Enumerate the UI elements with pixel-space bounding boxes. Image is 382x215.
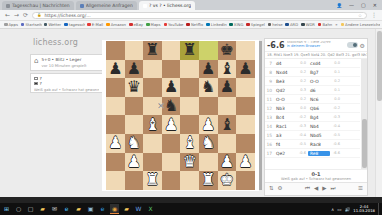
square-b3[interactable]: ♞ bbox=[125, 134, 144, 153]
white-eval: 0.0 bbox=[296, 106, 308, 110]
move-number: 8 bbox=[265, 70, 274, 75]
white-move[interactable]: Nb3 bbox=[274, 106, 296, 111]
bookmark-item[interactable]: Apps bbox=[3, 22, 19, 27]
square-f8[interactable] bbox=[199, 41, 218, 60]
move-row: 8Nxd40.2Bg70.1 bbox=[265, 68, 360, 77]
bookmark-favicon bbox=[87, 23, 91, 27]
engine-toggle[interactable] bbox=[347, 42, 358, 48]
chrome-browser[interactable]: ◉ bbox=[110, 204, 119, 214]
board-container: ♜♜♚♟♟♟♝♟♛♟♞♟♞♝♟♟♝♟♞♝♞♟♛♟♟♜♜♚✕ bbox=[102, 40, 259, 191]
chrome-menu-icon[interactable]: ⋮ bbox=[371, 12, 377, 18]
white-move[interactable]: a3 bbox=[274, 133, 296, 138]
black-move[interactable]: Nc6 bbox=[308, 97, 330, 102]
mail-app[interactable]: ✉ bbox=[50, 204, 59, 214]
black-player-name: ? bbox=[40, 81, 42, 86]
square-f1[interactable]: ♜ bbox=[199, 171, 218, 190]
engine-header: -6.6 Stockfish 9 – Tiefe 20/99 in deinem… bbox=[265, 39, 367, 52]
minimize-button[interactable]: — bbox=[349, 2, 354, 8]
white-eval: -0.5 bbox=[296, 142, 308, 146]
tray-icon[interactable]: 🔊 bbox=[345, 207, 351, 212]
square-g5[interactable] bbox=[218, 97, 237, 116]
bookmark-item[interactable]: LinkedIn bbox=[205, 22, 227, 27]
square-h1[interactable] bbox=[236, 171, 255, 190]
white-eval: 0.2 bbox=[296, 70, 308, 74]
square-h8[interactable] bbox=[236, 41, 255, 60]
flip-board-icon[interactable]: ⇅ bbox=[269, 186, 274, 192]
square-e2[interactable]: ♛ bbox=[180, 153, 199, 172]
square-c3[interactable] bbox=[143, 134, 162, 153]
white-eval: 0.3 bbox=[296, 88, 308, 92]
square-b1[interactable] bbox=[125, 171, 144, 190]
black-move-selected[interactable]: Re8 bbox=[308, 151, 330, 156]
bookmark-item[interactable]: XING bbox=[228, 22, 244, 27]
menu-icon[interactable]: ☰ bbox=[358, 186, 363, 192]
black-color-square bbox=[34, 82, 38, 86]
move-row: 12Nb30.0Qb6-0.2 bbox=[265, 104, 360, 113]
white-color-square bbox=[34, 77, 38, 81]
bookmark-favicon bbox=[285, 23, 289, 27]
white-eval: -0.2 bbox=[296, 115, 308, 119]
bookmark-favicon bbox=[164, 23, 168, 27]
square-g1[interactable]: ♚ bbox=[218, 171, 237, 190]
move-row: 14Rac1-0.3Nb4-0.4 bbox=[265, 122, 360, 131]
piece-white-knight-b3[interactable]: ♞ bbox=[127, 135, 141, 151]
black-move[interactable]: d6 bbox=[308, 88, 330, 93]
reload-icon[interactable]: ⟳ bbox=[23, 12, 28, 18]
move-row: 11O-O0.2Nc60.0 bbox=[265, 95, 360, 104]
move-number: 17 bbox=[265, 151, 274, 156]
tab-favicon bbox=[80, 4, 84, 8]
square-g2[interactable]: ♟ bbox=[218, 153, 237, 172]
bookmark-star-icon[interactable]: ☆ bbox=[358, 13, 362, 18]
lock-icon: 🔒 bbox=[37, 13, 41, 17]
square-e1[interactable] bbox=[180, 171, 199, 190]
bookmark-item[interactable]: heise bbox=[267, 22, 284, 27]
bookmark-item[interactable]: Netflix bbox=[185, 22, 204, 27]
white-eval: -0.6 bbox=[296, 151, 308, 155]
black-move[interactable]: Rac8 bbox=[308, 142, 330, 147]
piece-black-bishop-g4[interactable]: ♝ bbox=[220, 117, 234, 133]
square-h5[interactable] bbox=[236, 97, 255, 116]
bookmark-favicon bbox=[146, 23, 150, 27]
white-move[interactable]: Qd2 bbox=[274, 88, 296, 93]
bookmark-favicon bbox=[206, 23, 210, 27]
analysis-toolbar: ⇅⚙⏮◀▶⏭☰ bbox=[265, 182, 367, 195]
word-app[interactable]: W bbox=[134, 204, 143, 214]
square-f4[interactable]: ♟ bbox=[199, 115, 218, 134]
start-button[interactable]: ⊞ bbox=[2, 204, 11, 214]
go-prev-icon[interactable]: ◀ bbox=[314, 186, 318, 192]
black-eval: 0.1 bbox=[330, 70, 342, 74]
analysis-gear-icon[interactable]: ⚙ bbox=[360, 42, 365, 49]
square-c6[interactable] bbox=[143, 78, 162, 97]
move-number: 16 bbox=[265, 142, 274, 147]
task-view[interactable]: ▢ bbox=[26, 204, 35, 214]
piece-black-pawn-f7[interactable]: ♟ bbox=[201, 61, 215, 77]
square-a4[interactable] bbox=[106, 115, 125, 134]
white-eval: 0.2 bbox=[296, 97, 308, 101]
other-bookmarks-folder[interactable]: Andere Lesezeichen bbox=[340, 22, 380, 27]
black-move[interactable]: Bg7 bbox=[308, 70, 330, 75]
square-a6[interactable] bbox=[106, 78, 125, 97]
black-eval: -0.3 bbox=[330, 115, 342, 119]
piece-white-queen-e2[interactable]: ♛ bbox=[183, 154, 197, 170]
bookmark-favicon bbox=[246, 23, 250, 27]
move-number: 7 bbox=[265, 61, 274, 66]
tab-1[interactable]: Tagesschau | Nachrichten bbox=[2, 1, 74, 10]
black-eval: -0.4 bbox=[330, 124, 342, 128]
back-icon[interactable]: ← bbox=[5, 12, 10, 18]
square-g8[interactable]: ♚ bbox=[218, 41, 237, 60]
square-g3[interactable] bbox=[218, 134, 237, 153]
excel-app[interactable]: X bbox=[146, 204, 155, 214]
tab-favicon bbox=[143, 4, 147, 8]
piece-black-bishop-g7[interactable]: ♝ bbox=[220, 61, 234, 77]
bookmark-favicon bbox=[229, 23, 233, 27]
bookmark-item[interactable]: WDR bbox=[300, 22, 316, 27]
bookmark-item[interactable]: ARD bbox=[284, 22, 299, 27]
windows-taskbar: ⊞○▢▰✉e▰▣e◉▰WX∧▭🔊2:4411.03.2018 bbox=[0, 203, 382, 215]
square-e8[interactable]: ♜ bbox=[180, 41, 199, 60]
move-row: 16f4-0.5Rac8-0.6 bbox=[265, 140, 360, 149]
square-d4[interactable]: ♟ bbox=[162, 115, 181, 134]
square-f5[interactable] bbox=[199, 97, 218, 116]
square-c1[interactable]: ♜ bbox=[143, 171, 162, 190]
go-first-icon[interactable]: ⏮ bbox=[305, 186, 310, 192]
bookmark-favicon bbox=[129, 23, 133, 27]
bookmark-favicon bbox=[64, 23, 68, 27]
black-move[interactable]: Nb4 bbox=[308, 124, 330, 129]
bookmark-item[interactable]: YouTube bbox=[163, 22, 185, 27]
close-button[interactable]: ✕ bbox=[373, 2, 377, 8]
move-number: 15 bbox=[265, 133, 274, 138]
piece-black-rook-e8[interactable]: ♜ bbox=[183, 42, 197, 58]
bookmark-item[interactable]: Wetter bbox=[43, 22, 62, 27]
window-scroll-thumb[interactable] bbox=[377, 31, 382, 101]
square-e7[interactable] bbox=[180, 60, 199, 79]
game-meta-box: ⌂ 5+0 • Blitz • Leger vor 10 Minuten ges… bbox=[30, 54, 103, 71]
folder-icon bbox=[341, 23, 345, 27]
move-number: 14 bbox=[265, 124, 274, 129]
system-tray: ∧▭🔊2:4411.03.2018 bbox=[331, 203, 380, 215]
tab-3-active[interactable]: ? vs ? • lichess.org bbox=[139, 1, 195, 10]
square-g7[interactable]: ♝ bbox=[218, 60, 237, 79]
black-move[interactable]: Bg4 bbox=[308, 115, 330, 120]
piece-white-pawn-d4[interactable]: ♟ bbox=[164, 117, 178, 133]
square-h7[interactable]: ♟ bbox=[236, 60, 255, 79]
white-move[interactable]: Bc4 bbox=[274, 115, 296, 120]
square-h4[interactable] bbox=[236, 115, 255, 134]
square-d3[interactable] bbox=[162, 134, 181, 153]
square-c8[interactable]: ♜ bbox=[143, 41, 162, 60]
bookmark-item[interactable]: eBay bbox=[128, 22, 144, 27]
square-a8[interactable] bbox=[106, 41, 125, 60]
edge-browser[interactable]: e bbox=[62, 204, 71, 214]
bookmark-item[interactable]: E-Mail bbox=[86, 22, 104, 27]
square-c4[interactable]: ♝ bbox=[143, 115, 162, 134]
bookmark-favicon bbox=[301, 23, 305, 27]
square-e3[interactable]: ♝ bbox=[180, 134, 199, 153]
black-eval: -0.6 bbox=[330, 142, 342, 146]
piece-white-king-g1[interactable]: ♚ bbox=[220, 172, 234, 188]
black-eval: 0.2 bbox=[330, 79, 342, 83]
square-b6[interactable]: ♛ bbox=[125, 78, 144, 97]
move-row: 17Qe2-0.6Re8-6.6 bbox=[265, 149, 360, 158]
documents-folder[interactable]: ▰ bbox=[74, 204, 83, 214]
tab-favicon bbox=[6, 4, 10, 8]
black-move[interactable]: Qb6 bbox=[308, 106, 330, 111]
square-f3[interactable]: ♞ bbox=[199, 134, 218, 153]
black-eval: 0.1 bbox=[330, 88, 342, 92]
show-desktop-button[interactable] bbox=[378, 203, 380, 215]
move-row: 10Qd20.3d60.1 bbox=[265, 86, 360, 95]
internet-explorer[interactable]: e bbox=[98, 204, 107, 214]
piece-white-knight-f3[interactable]: ♞ bbox=[201, 135, 215, 151]
profile-icon[interactable]: 👤 bbox=[336, 3, 342, 8]
black-eval: 0.0 bbox=[330, 97, 342, 101]
bookmark-favicon bbox=[21, 23, 25, 27]
piece-black-rook-c8[interactable]: ♜ bbox=[145, 42, 159, 58]
white-move[interactable]: Nxd4 bbox=[274, 70, 296, 75]
tab-title: Allgemeine Anfragen bbox=[86, 3, 133, 8]
piece-black-king-g8[interactable]: ♚ bbox=[220, 42, 234, 58]
white-move[interactable]: Rac1 bbox=[274, 124, 296, 129]
white-eval: 0.0 bbox=[296, 61, 308, 65]
square-a2[interactable] bbox=[106, 153, 125, 172]
result-row: 0-1 Weiß gab auf • Schwarz hat gewonnen bbox=[265, 169, 367, 182]
bookmark-favicon bbox=[268, 23, 272, 27]
square-d7[interactable] bbox=[162, 60, 181, 79]
movelist-scrollbar[interactable] bbox=[361, 59, 367, 169]
white-move[interactable]: f4 bbox=[274, 142, 296, 147]
black-player-row[interactable]: ? bbox=[34, 81, 99, 86]
engine-info-line2: in deinem Browser bbox=[287, 45, 345, 49]
move-number: 12 bbox=[265, 106, 274, 111]
toggle-knob bbox=[353, 43, 358, 48]
bookmark-item[interactable]: Maps bbox=[145, 22, 162, 27]
white-move[interactable]: Be3 bbox=[274, 79, 296, 84]
engine-pv-line[interactable]: 18. Rfd1 Nxe3 19. Qxe3 Nxf4 20. Qd2 Bxf3… bbox=[265, 52, 367, 59]
piece-black-knight-f6[interactable]: ♞ bbox=[201, 79, 215, 95]
bookmark-item[interactable]: Spiegel bbox=[245, 22, 266, 27]
move-row: 13Bc4-0.2Bg4-0.3 bbox=[265, 113, 360, 122]
piece-black-pawn-g6[interactable]: ♟ bbox=[220, 79, 234, 95]
move-number: 11 bbox=[265, 97, 274, 102]
square-a7[interactable]: ♟ bbox=[106, 60, 125, 79]
mouse-cursor-x: ✕ bbox=[157, 101, 165, 111]
taskbar-clock[interactable]: 2:4411.03.2018 bbox=[353, 205, 375, 214]
bookmark-item[interactable]: Startseite bbox=[20, 22, 42, 27]
lichess-page: lichess.org ⌂ 5+0 • Blitz • Leger vor 10… bbox=[0, 29, 382, 197]
square-g4[interactable]: ♝ bbox=[218, 115, 237, 134]
tray-icon[interactable]: ▭ bbox=[337, 207, 341, 212]
black-move[interactable]: cxd4 bbox=[308, 61, 330, 66]
square-d8[interactable] bbox=[162, 41, 181, 60]
square-a1[interactable] bbox=[106, 171, 125, 190]
browser-tab-strip: Tagesschau | Nachrichten Allgemeine Anfr… bbox=[0, 0, 382, 10]
square-b7[interactable]: ♟ bbox=[125, 60, 144, 79]
analysis-panel: -6.6 Stockfish 9 – Tiefe 20/99 in deinem… bbox=[264, 38, 368, 196]
piece-black-queen-b6[interactable]: ♛ bbox=[127, 79, 141, 95]
bookmark-favicon bbox=[44, 23, 48, 27]
black-eval: -0.5 bbox=[330, 133, 342, 137]
black-eval: -6.6 bbox=[330, 151, 342, 155]
eval-score: -6.6 bbox=[267, 41, 285, 50]
piece-white-pawn-f4[interactable]: ♟ bbox=[201, 117, 215, 133]
white-eval: -0.4 bbox=[296, 133, 308, 137]
address-bar[interactable]: 🔒 https://lichess.org/… ☆ bbox=[32, 12, 367, 19]
bookmark-favicon bbox=[318, 23, 322, 27]
piece-black-pawn-a7[interactable]: ♟ bbox=[108, 61, 122, 77]
square-f6[interactable]: ♞ bbox=[199, 78, 218, 97]
move-number: 10 bbox=[265, 88, 274, 93]
tab-2[interactable]: Allgemeine Anfragen bbox=[76, 1, 137, 10]
black-eval: 0.0 bbox=[330, 61, 342, 65]
piece-black-pawn-d6[interactable]: ♟ bbox=[164, 79, 178, 95]
square-a3[interactable]: ♟ bbox=[106, 134, 125, 153]
piece-black-knight-d5[interactable]: ♞ bbox=[164, 98, 178, 114]
square-b8[interactable] bbox=[125, 41, 144, 60]
folder-pinned[interactable]: ▰ bbox=[122, 204, 131, 214]
square-d6[interactable]: ♟ bbox=[162, 78, 181, 97]
bookmark-item[interactable]: Amazon bbox=[105, 22, 127, 27]
square-f2[interactable] bbox=[199, 153, 218, 172]
bookmarks-overflow-chevron[interactable]: » bbox=[334, 22, 338, 27]
house-icon: ⌂ bbox=[34, 57, 38, 68]
piece-white-rook-f1[interactable]: ♜ bbox=[201, 172, 215, 188]
maximize-button[interactable]: ▢ bbox=[361, 2, 366, 8]
move-number: 9 bbox=[265, 79, 274, 84]
bookmarks-bar: AppsStartseiteWettertagesschauE-MailAmaz… bbox=[0, 21, 382, 29]
piece-white-bishop-e3[interactable]: ♝ bbox=[183, 135, 197, 151]
go-next-icon[interactable]: ▶ bbox=[322, 186, 326, 192]
photos-app[interactable]: ▣ bbox=[86, 204, 95, 214]
players-box: ? ? Weiß gab auf • Schwarz hat gewonnen bbox=[30, 73, 103, 93]
game-meta-line1: 5+0 • Blitz • Leger bbox=[41, 57, 86, 62]
window-scrollbar[interactable] bbox=[375, 29, 382, 197]
white-move[interactable]: Qe2 bbox=[274, 151, 296, 156]
chess-board[interactable]: ♜♜♚♟♟♟♝♟♛♟♞♟♞♝♟♟♝♟♞♝♞♟♛♟♟♜♜♚✕ bbox=[106, 41, 255, 190]
square-a5[interactable] bbox=[106, 97, 125, 116]
black-eval: -0.2 bbox=[330, 106, 342, 110]
result-message: Weiß gab auf • Schwarz hat gewonnen bbox=[265, 177, 367, 181]
square-e5[interactable] bbox=[180, 97, 199, 116]
piece-white-bishop-c4[interactable]: ♝ bbox=[145, 117, 159, 133]
bookmark-favicon bbox=[106, 23, 110, 27]
browser-toolbar: ← → ⟳ 🔒 https://lichess.org/… ☆ ⋮ bbox=[0, 10, 382, 21]
movelist-scroll-thumb[interactable] bbox=[362, 119, 367, 169]
square-e6[interactable] bbox=[180, 78, 199, 97]
white-move[interactable]: O-O bbox=[274, 97, 296, 102]
piece-white-rook-c1[interactable]: ♜ bbox=[145, 172, 159, 188]
white-eval: 0.2 bbox=[296, 79, 308, 83]
white-eval: -0.3 bbox=[296, 124, 308, 128]
square-d2[interactable] bbox=[162, 153, 181, 172]
forward-icon[interactable]: → bbox=[14, 12, 19, 18]
piece-black-pawn-b7[interactable]: ♟ bbox=[127, 61, 141, 77]
move-list: 7d40.0cxd40.08Nxd40.2Bg70.19Be30.2O-O0.2… bbox=[265, 59, 367, 169]
bookmark-favicon bbox=[4, 23, 8, 27]
game-meta-line2: vor 10 Minuten gespielt bbox=[41, 63, 86, 68]
piece-white-pawn-h2[interactable]: ♟ bbox=[238, 154, 252, 170]
move-row: 7d40.0cxd40.0 bbox=[265, 59, 360, 68]
tab-title: Tagesschau | Nachrichten bbox=[12, 3, 70, 8]
cortana-search[interactable]: ○ bbox=[14, 204, 23, 214]
square-c2[interactable] bbox=[143, 153, 162, 172]
bookmark-item[interactable]: tagesschau bbox=[63, 22, 85, 27]
board-panel-divider[interactable] bbox=[259, 41, 262, 190]
piece-white-pawn-b2[interactable]: ♟ bbox=[127, 154, 141, 170]
move-row: 15a3-0.4Nbd5-0.5 bbox=[265, 131, 360, 140]
lichess-logo[interactable]: lichess.org bbox=[33, 38, 78, 47]
tray-icon[interactable]: ∧ bbox=[331, 207, 334, 212]
sidebar-result-text: Weiß gab auf • Schwarz hat gewonnen bbox=[34, 88, 99, 92]
piece-white-pawn-g2[interactable]: ♟ bbox=[220, 154, 234, 170]
file-explorer[interactable]: ▰ bbox=[38, 204, 47, 214]
square-h3[interactable] bbox=[236, 134, 255, 153]
move-number: 13 bbox=[265, 115, 274, 120]
go-last-icon[interactable]: ⏭ bbox=[331, 186, 336, 192]
square-b2[interactable]: ♟ bbox=[125, 153, 144, 172]
square-g6[interactable]: ♟ bbox=[218, 78, 237, 97]
bookmark-item[interactable]: Bahn bbox=[317, 22, 333, 27]
square-b5[interactable] bbox=[125, 97, 144, 116]
black-move[interactable]: O-O bbox=[308, 79, 330, 84]
square-h2[interactable]: ♟ bbox=[236, 153, 255, 172]
black-move[interactable]: Nbd5 bbox=[308, 133, 330, 138]
square-e4[interactable] bbox=[180, 115, 199, 134]
square-b4[interactable] bbox=[125, 115, 144, 134]
piece-white-pawn-a3[interactable]: ♟ bbox=[108, 135, 122, 151]
square-d1[interactable] bbox=[162, 171, 181, 190]
square-h6[interactable] bbox=[236, 78, 255, 97]
bookmark-favicon bbox=[186, 23, 190, 27]
settings-gear-icon[interactable]: ⚙ bbox=[278, 186, 283, 192]
tab-title: ? vs ? • lichess.org bbox=[149, 3, 191, 8]
square-f7[interactable]: ♟ bbox=[199, 60, 218, 79]
white-move[interactable]: d4 bbox=[274, 61, 296, 66]
square-c7[interactable] bbox=[143, 60, 162, 79]
piece-black-pawn-h7[interactable]: ♟ bbox=[238, 61, 252, 77]
url-text: https://lichess.org/… bbox=[44, 13, 90, 18]
move-row: 9Be30.2O-O0.2 bbox=[265, 77, 360, 86]
